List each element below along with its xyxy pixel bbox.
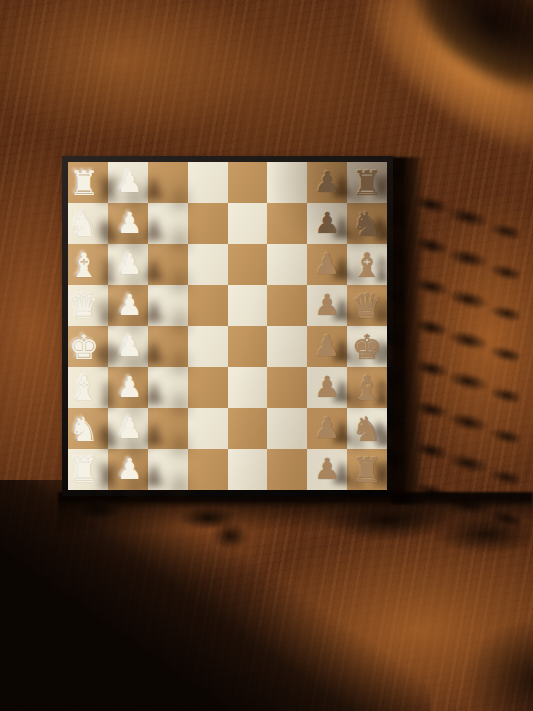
square-5-3	[188, 367, 228, 408]
square-4-7: ♚	[347, 326, 387, 367]
piece-wQ: ♛	[69, 289, 99, 323]
square-2-3	[188, 244, 228, 285]
square-3-5	[267, 285, 307, 326]
square-7-1: ♟	[108, 449, 148, 490]
piece-wP: ♟	[117, 209, 143, 238]
square-2-5	[267, 244, 307, 285]
piece-wP: ♟	[117, 291, 143, 320]
square-6-1: ♟	[108, 408, 148, 449]
table-shadow-rank-7	[413, 436, 524, 487]
piece-bN: ♞	[352, 207, 382, 241]
piece-bR: ♜	[352, 166, 382, 200]
square-1-3	[188, 203, 228, 244]
square-1-5	[267, 203, 307, 244]
square-4-1: ♟	[108, 326, 148, 367]
square-6-3	[188, 408, 228, 449]
square-3-2	[148, 285, 188, 326]
board-edge-shadow	[391, 157, 425, 504]
square-4-3	[188, 326, 228, 367]
shadow-bottom-left	[0, 480, 430, 711]
square-5-2	[148, 367, 188, 408]
piece-bK: ♚	[352, 330, 382, 364]
square-6-5	[267, 408, 307, 449]
table-shadow-rank-6	[413, 395, 524, 446]
piece-wP: ♟	[117, 168, 143, 197]
square-2-0: ♝	[68, 244, 108, 285]
square-7-7: ♜	[347, 449, 387, 490]
piece-wR: ♜	[69, 166, 99, 200]
square-0-7: ♜	[347, 162, 387, 203]
square-4-4	[228, 326, 268, 367]
piece-wR: ♜	[69, 453, 99, 487]
square-7-4	[228, 449, 268, 490]
square-5-6: ♟	[307, 367, 347, 408]
square-6-7: ♞	[347, 408, 387, 449]
square-2-2	[148, 244, 188, 285]
piece-bR: ♜	[352, 453, 382, 487]
square-0-2	[148, 162, 188, 203]
table-shadow-rank-3	[413, 272, 524, 323]
piece-wP: ♟	[117, 414, 143, 443]
table-shadow-rank-8	[413, 477, 524, 528]
chess-board-frame: ♜♟♟♜♞♟♟♞♝♟♟♝♛♟♟♛♚♟♟♚♝♟♟♝♞♟♟♞♜♟♟♜	[62, 156, 393, 496]
piece-wP: ♟	[117, 332, 143, 361]
square-2-1: ♟	[108, 244, 148, 285]
square-3-7: ♛	[347, 285, 387, 326]
square-2-7: ♝	[347, 244, 387, 285]
piece-wK: ♚	[69, 330, 99, 364]
shadow-top-right-corner	[350, 0, 533, 153]
piece-bB: ♝	[352, 248, 382, 282]
piece-wP: ♟	[117, 455, 143, 484]
square-7-0: ♜	[68, 449, 108, 490]
square-1-1: ♟	[108, 203, 148, 244]
square-1-4	[228, 203, 268, 244]
square-1-6: ♟	[307, 203, 347, 244]
square-6-0: ♞	[68, 408, 108, 449]
square-4-0: ♚	[68, 326, 108, 367]
square-7-2	[148, 449, 188, 490]
piece-bP: ♟	[314, 332, 340, 361]
square-5-0: ♝	[68, 367, 108, 408]
piece-bP: ♟	[314, 373, 340, 402]
square-5-5	[267, 367, 307, 408]
shadow-bottom-right-corner	[430, 590, 533, 711]
square-1-7: ♞	[347, 203, 387, 244]
square-7-5	[267, 449, 307, 490]
square-4-6: ♟	[307, 326, 347, 367]
photo-scene: ♜♟♟♜♞♟♟♞♝♟♟♝♛♟♟♛♚♟♟♚♝♟♟♝♞♟♟♞♜♟♟♜	[0, 0, 533, 711]
piece-wB: ♝	[69, 371, 99, 405]
square-0-4	[228, 162, 268, 203]
square-3-1: ♟	[108, 285, 148, 326]
chess-board: ♜♟♟♜♞♟♟♞♝♟♟♝♛♟♟♛♚♟♟♚♝♟♟♝♞♟♟♞♜♟♟♜	[68, 162, 387, 490]
board-bottom-shadow	[58, 492, 533, 554]
square-2-4	[228, 244, 268, 285]
square-5-4	[228, 367, 268, 408]
piece-wN: ♞	[69, 412, 99, 446]
table-shadow-rank-1	[413, 190, 524, 241]
piece-bP: ♟	[314, 414, 340, 443]
piece-bP: ♟	[314, 168, 340, 197]
square-0-3	[188, 162, 228, 203]
piece-wP: ♟	[117, 250, 143, 279]
piece-wB: ♝	[69, 248, 99, 282]
square-7-6: ♟	[307, 449, 347, 490]
square-0-6: ♟	[307, 162, 347, 203]
piece-bP: ♟	[314, 291, 340, 320]
square-0-0: ♜	[68, 162, 108, 203]
square-7-3	[188, 449, 228, 490]
piece-bP: ♟	[314, 209, 340, 238]
piece-wP: ♟	[117, 373, 143, 402]
piece-wN: ♞	[69, 207, 99, 241]
square-4-5	[267, 326, 307, 367]
square-1-0: ♞	[68, 203, 108, 244]
square-5-1: ♟	[108, 367, 148, 408]
piece-bN: ♞	[352, 412, 382, 446]
square-2-6: ♟	[307, 244, 347, 285]
table-shadow-rank-5	[413, 354, 524, 405]
square-1-2	[148, 203, 188, 244]
square-5-7: ♝	[347, 367, 387, 408]
piece-bQ: ♛	[352, 289, 382, 323]
square-0-1: ♟	[108, 162, 148, 203]
square-3-3	[188, 285, 228, 326]
square-3-4	[228, 285, 268, 326]
piece-bP: ♟	[314, 250, 340, 279]
square-6-6: ♟	[307, 408, 347, 449]
square-3-0: ♛	[68, 285, 108, 326]
square-6-4	[228, 408, 268, 449]
table-shadow-rank-4	[413, 313, 524, 364]
square-3-6: ♟	[307, 285, 347, 326]
square-0-5	[267, 162, 307, 203]
piece-bP: ♟	[314, 455, 340, 484]
square-4-2	[148, 326, 188, 367]
piece-bB: ♝	[352, 371, 382, 405]
square-6-2	[148, 408, 188, 449]
table-shadow-rank-2	[413, 231, 524, 282]
